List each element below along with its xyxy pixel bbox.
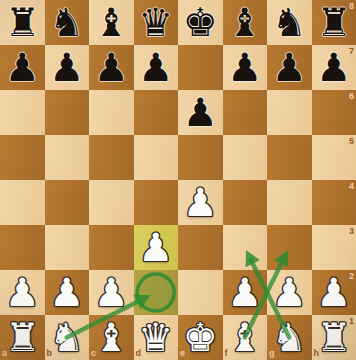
coord-file-b: b — [47, 349, 53, 358]
square-e2[interactable] — [178, 270, 223, 315]
square-b1[interactable]: ♞b — [45, 315, 90, 360]
square-c6[interactable] — [89, 90, 134, 135]
square-d8[interactable]: ♛ — [134, 0, 179, 45]
square-d6[interactable] — [134, 90, 179, 135]
square-e7[interactable] — [178, 45, 223, 90]
square-h1[interactable]: ♜h1 — [312, 315, 356, 360]
chess-board-screenshot: ♜♞♝♛♚♝♞♜8♟♟♟♟♟♟♟7♟65♟4♟3♟♟♟♟♟♟2♜a♞b♝c♛d♚… — [0, 0, 356, 360]
square-c7[interactable]: ♟ — [89, 45, 134, 90]
coord-rank-5: 5 — [349, 137, 354, 146]
coord-file-d: d — [136, 349, 142, 358]
square-f1[interactable]: ♝f — [223, 315, 268, 360]
square-a3[interactable] — [0, 225, 45, 270]
black-pawn: ♟ — [94, 45, 129, 90]
coord-file-a: a — [2, 349, 7, 358]
square-d5[interactable] — [134, 135, 179, 180]
square-f5[interactable] — [223, 135, 268, 180]
square-a4[interactable] — [0, 180, 45, 225]
square-h4[interactable]: 4 — [312, 180, 356, 225]
square-f3[interactable] — [223, 225, 268, 270]
black-rook: ♜ — [316, 0, 351, 45]
square-h6[interactable]: 6 — [312, 90, 356, 135]
black-pawn: ♟ — [5, 45, 40, 90]
black-bishop: ♝ — [227, 0, 262, 45]
coord-rank-8: 8 — [349, 2, 354, 11]
square-d1[interactable]: ♛d — [134, 315, 179, 360]
square-f8[interactable]: ♝ — [223, 0, 268, 45]
square-f7[interactable]: ♟ — [223, 45, 268, 90]
white-pawn: ♟ — [94, 270, 129, 315]
square-g8[interactable]: ♞ — [267, 0, 312, 45]
black-rook: ♜ — [5, 0, 40, 45]
coord-file-e: e — [180, 349, 185, 358]
square-g7[interactable]: ♟ — [267, 45, 312, 90]
square-e4[interactable]: ♟ — [178, 180, 223, 225]
square-b8[interactable]: ♞ — [45, 0, 90, 45]
black-king: ♚ — [183, 0, 218, 45]
white-pawn: ♟ — [138, 225, 173, 270]
black-bishop: ♝ — [94, 0, 129, 45]
white-knight: ♞ — [49, 315, 84, 360]
square-c8[interactable]: ♝ — [89, 0, 134, 45]
coord-rank-2: 2 — [349, 272, 354, 281]
square-b5[interactable] — [45, 135, 90, 180]
square-b2[interactable]: ♟ — [45, 270, 90, 315]
white-king: ♚ — [183, 315, 218, 360]
square-d7[interactable]: ♟ — [134, 45, 179, 90]
square-a8[interactable]: ♜ — [0, 0, 45, 45]
black-pawn: ♟ — [227, 45, 262, 90]
square-a6[interactable] — [0, 90, 45, 135]
square-b4[interactable] — [45, 180, 90, 225]
black-pawn: ♟ — [49, 45, 84, 90]
square-c4[interactable] — [89, 180, 134, 225]
square-a7[interactable]: ♟ — [0, 45, 45, 90]
black-queen: ♛ — [138, 0, 173, 45]
black-knight: ♞ — [49, 0, 84, 45]
white-pawn: ♟ — [316, 270, 351, 315]
coord-rank-6: 6 — [349, 92, 354, 101]
coord-rank-4: 4 — [349, 182, 354, 191]
coord-file-h: h — [314, 349, 320, 358]
square-b6[interactable] — [45, 90, 90, 135]
black-pawn: ♟ — [183, 90, 218, 135]
square-e6[interactable]: ♟ — [178, 90, 223, 135]
square-e3[interactable] — [178, 225, 223, 270]
white-pawn: ♟ — [227, 270, 262, 315]
white-rook: ♜ — [5, 315, 40, 360]
square-f4[interactable] — [223, 180, 268, 225]
square-c2[interactable]: ♟ — [89, 270, 134, 315]
black-pawn: ♟ — [138, 45, 173, 90]
square-a1[interactable]: ♜a — [0, 315, 45, 360]
white-pawn: ♟ — [183, 180, 218, 225]
square-g2[interactable]: ♟ — [267, 270, 312, 315]
square-f2[interactable]: ♟ — [223, 270, 268, 315]
square-g4[interactable] — [267, 180, 312, 225]
square-h3[interactable]: 3 — [312, 225, 356, 270]
square-f6[interactable] — [223, 90, 268, 135]
square-d4[interactable] — [134, 180, 179, 225]
coord-file-f: f — [225, 349, 228, 358]
square-b3[interactable] — [45, 225, 90, 270]
square-c3[interactable] — [89, 225, 134, 270]
black-knight: ♞ — [272, 0, 307, 45]
board: ♜♞♝♛♚♝♞♜8♟♟♟♟♟♟♟7♟65♟4♟3♟♟♟♟♟♟2♜a♞b♝c♛d♚… — [0, 0, 356, 360]
square-h2[interactable]: ♟2 — [312, 270, 356, 315]
white-rook: ♜ — [316, 315, 351, 360]
square-g3[interactable] — [267, 225, 312, 270]
square-g5[interactable] — [267, 135, 312, 180]
coord-rank-1: 1 — [349, 317, 354, 326]
square-e5[interactable] — [178, 135, 223, 180]
white-pawn: ♟ — [272, 270, 307, 315]
coord-file-g: g — [269, 349, 275, 358]
square-d3[interactable]: ♟ — [134, 225, 179, 270]
coord-file-c: c — [91, 349, 96, 358]
square-g6[interactable] — [267, 90, 312, 135]
black-pawn: ♟ — [316, 45, 351, 90]
square-g1[interactable]: ♞g — [267, 315, 312, 360]
white-bishop: ♝ — [227, 315, 262, 360]
square-e8[interactable]: ♚ — [178, 0, 223, 45]
white-pawn: ♟ — [5, 270, 40, 315]
coord-rank-7: 7 — [349, 47, 354, 56]
square-h8[interactable]: ♜8 — [312, 0, 356, 45]
square-h7[interactable]: ♟7 — [312, 45, 356, 90]
white-queen: ♛ — [138, 315, 173, 360]
square-a2[interactable]: ♟ — [0, 270, 45, 315]
square-c5[interactable] — [89, 135, 134, 180]
square-d2[interactable] — [134, 270, 179, 315]
coord-rank-3: 3 — [349, 227, 354, 236]
black-pawn: ♟ — [272, 45, 307, 90]
square-a5[interactable] — [0, 135, 45, 180]
white-pawn: ♟ — [49, 270, 84, 315]
square-e1[interactable]: ♚e — [178, 315, 223, 360]
square-b7[interactable]: ♟ — [45, 45, 90, 90]
square-h5[interactable]: 5 — [312, 135, 356, 180]
white-bishop: ♝ — [94, 315, 129, 360]
white-knight: ♞ — [272, 315, 307, 360]
square-c1[interactable]: ♝c — [89, 315, 134, 360]
